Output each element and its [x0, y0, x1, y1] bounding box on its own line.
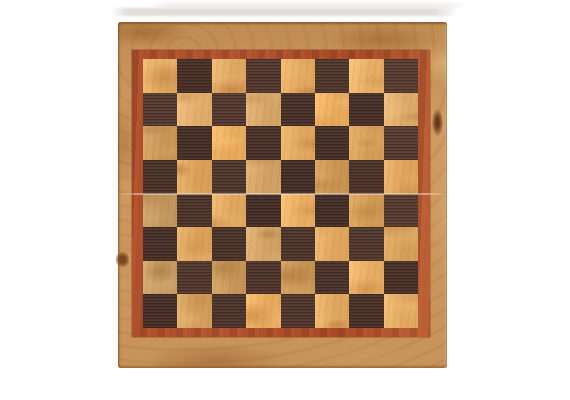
- square-g7: [349, 93, 383, 127]
- square-b3: [177, 227, 211, 261]
- square-c2: [212, 261, 246, 295]
- square-g5: [349, 160, 383, 194]
- square-a4: [143, 194, 177, 228]
- square-c4: [212, 194, 246, 228]
- square-h7: [384, 93, 418, 127]
- square-b2: [177, 261, 211, 295]
- square-d4: [246, 194, 280, 228]
- square-h3: [384, 227, 418, 261]
- square-g8: [349, 59, 383, 93]
- square-e1: [281, 294, 315, 328]
- square-d5: [246, 160, 280, 194]
- square-a6: [143, 126, 177, 160]
- square-f8: [315, 59, 349, 93]
- square-g3: [349, 227, 383, 261]
- background-shadow-strip: [110, 8, 458, 16]
- square-b7: [177, 93, 211, 127]
- square-h8: [384, 59, 418, 93]
- square-f5: [315, 160, 349, 194]
- square-c6: [212, 126, 246, 160]
- square-a5: [143, 160, 177, 194]
- fold-seam: [118, 193, 447, 195]
- square-h6: [384, 126, 418, 160]
- square-d3: [246, 227, 280, 261]
- square-e8: [281, 59, 315, 93]
- square-f2: [315, 261, 349, 295]
- wood-knot-icon: [115, 251, 129, 268]
- square-b1: [177, 294, 211, 328]
- square-e6: [281, 126, 315, 160]
- square-d7: [246, 93, 280, 127]
- square-d1: [246, 294, 280, 328]
- square-b6: [177, 126, 211, 160]
- square-d2: [246, 261, 280, 295]
- square-h5: [384, 160, 418, 194]
- square-f4: [315, 194, 349, 228]
- square-e3: [281, 227, 315, 261]
- square-g6: [349, 126, 383, 160]
- square-b4: [177, 194, 211, 228]
- square-d8: [246, 59, 280, 93]
- square-h2: [384, 261, 418, 295]
- square-b5: [177, 160, 211, 194]
- square-g4: [349, 194, 383, 228]
- product-photo: [0, 0, 570, 400]
- square-f6: [315, 126, 349, 160]
- square-c5: [212, 160, 246, 194]
- wood-knot-icon: [432, 109, 443, 136]
- square-e5: [281, 160, 315, 194]
- square-c8: [212, 59, 246, 93]
- square-e4: [281, 194, 315, 228]
- square-c7: [212, 93, 246, 127]
- square-a8: [143, 59, 177, 93]
- square-h4: [384, 194, 418, 228]
- square-a1: [143, 294, 177, 328]
- square-h1: [384, 294, 418, 328]
- square-f1: [315, 294, 349, 328]
- square-f7: [315, 93, 349, 127]
- square-f3: [315, 227, 349, 261]
- square-a3: [143, 227, 177, 261]
- chess-board: [118, 22, 447, 368]
- square-c3: [212, 227, 246, 261]
- square-e2: [281, 261, 315, 295]
- square-g1: [349, 294, 383, 328]
- square-a2: [143, 261, 177, 295]
- square-d6: [246, 126, 280, 160]
- square-a7: [143, 93, 177, 127]
- square-b8: [177, 59, 211, 93]
- square-g2: [349, 261, 383, 295]
- square-e7: [281, 93, 315, 127]
- square-c1: [212, 294, 246, 328]
